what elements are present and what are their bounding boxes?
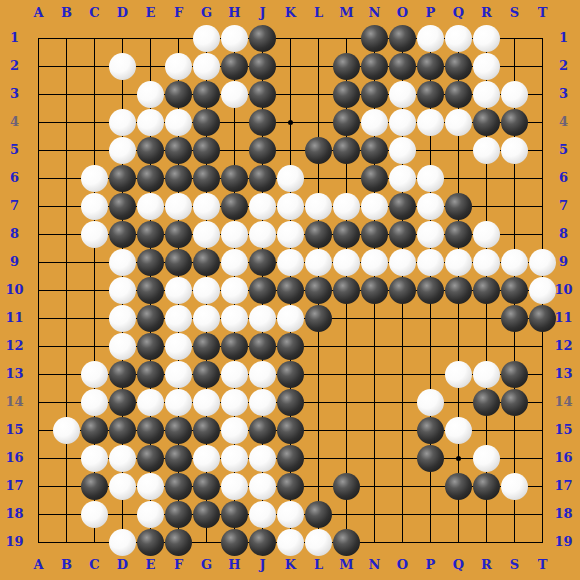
black-stone-F17[interactable] — [165, 473, 192, 500]
coord-label-bottom-C: C — [80, 556, 109, 574]
white-stone-C14[interactable] — [81, 389, 108, 416]
white-stone-P9[interactable] — [417, 249, 444, 276]
coord-label-right-10: 10 — [549, 281, 578, 299]
white-stone-P14[interactable] — [417, 389, 444, 416]
coord-label-left-15: 15 — [0, 421, 29, 439]
white-stone-M9[interactable] — [333, 249, 360, 276]
coord-label-top-O: O — [388, 4, 417, 22]
white-stone-G14[interactable] — [193, 389, 220, 416]
coord-label-right-12: 12 — [549, 337, 578, 355]
coord-label-top-J: J — [248, 4, 277, 22]
white-stone-Q9[interactable] — [445, 249, 472, 276]
white-stone-D5[interactable] — [109, 137, 136, 164]
coord-label-top-B: B — [52, 4, 81, 22]
coord-label-top-N: N — [360, 4, 389, 22]
coord-label-top-L: L — [304, 4, 333, 22]
white-stone-N4[interactable] — [361, 109, 388, 136]
black-stone-L8[interactable] — [305, 221, 332, 248]
black-stone-M5[interactable] — [333, 137, 360, 164]
black-stone-M4[interactable] — [333, 109, 360, 136]
black-stone-H2[interactable] — [221, 53, 248, 80]
white-stone-K8[interactable] — [277, 221, 304, 248]
white-stone-B15[interactable] — [53, 417, 80, 444]
white-stone-F13[interactable] — [165, 361, 192, 388]
white-stone-E18[interactable] — [137, 501, 164, 528]
coord-label-top-R: R — [472, 4, 501, 22]
black-stone-Q7[interactable] — [445, 193, 472, 220]
white-stone-F7[interactable] — [165, 193, 192, 220]
black-stone-E6[interactable] — [137, 165, 164, 192]
coord-label-left-7: 7 — [0, 197, 29, 215]
white-stone-K11[interactable] — [277, 305, 304, 332]
black-stone-M2[interactable] — [333, 53, 360, 80]
black-stone-N6[interactable] — [361, 165, 388, 192]
white-stone-J16[interactable] — [249, 445, 276, 472]
coord-label-bottom-T: T — [528, 556, 557, 574]
coord-label-top-E: E — [136, 4, 165, 22]
coord-label-right-8: 8 — [549, 225, 578, 243]
black-stone-G9[interactable] — [193, 249, 220, 276]
coord-label-right-3: 3 — [549, 85, 578, 103]
white-stone-J17[interactable] — [249, 473, 276, 500]
white-stone-K7[interactable] — [277, 193, 304, 220]
white-stone-F14[interactable] — [165, 389, 192, 416]
white-stone-R16[interactable] — [473, 445, 500, 472]
white-stone-H1[interactable] — [221, 25, 248, 52]
white-stone-O3[interactable] — [389, 81, 416, 108]
white-stone-F12[interactable] — [165, 333, 192, 360]
coord-label-right-4: 4 — [549, 113, 578, 131]
black-stone-J4[interactable] — [249, 109, 276, 136]
black-stone-D14[interactable] — [109, 389, 136, 416]
coord-label-top-M: M — [332, 4, 361, 22]
black-stone-R10[interactable] — [473, 277, 500, 304]
black-stone-D8[interactable] — [109, 221, 136, 248]
white-stone-R3[interactable] — [473, 81, 500, 108]
white-stone-E4[interactable] — [137, 109, 164, 136]
black-stone-M10[interactable] — [333, 277, 360, 304]
black-stone-N2[interactable] — [361, 53, 388, 80]
white-stone-F4[interactable] — [165, 109, 192, 136]
black-stone-J2[interactable] — [249, 53, 276, 80]
black-stone-K13[interactable] — [277, 361, 304, 388]
go-board-app: AABBCCDDEEFFGGHHJJKKLLMMNNOOPPQQRRSSTT11… — [0, 0, 580, 580]
white-stone-P7[interactable] — [417, 193, 444, 220]
black-stone-F3[interactable] — [165, 81, 192, 108]
coord-label-bottom-P: P — [416, 556, 445, 574]
white-stone-D10[interactable] — [109, 277, 136, 304]
black-stone-E13[interactable] — [137, 361, 164, 388]
white-stone-R9[interactable] — [473, 249, 500, 276]
white-stone-L19[interactable] — [305, 529, 332, 556]
black-stone-G15[interactable] — [193, 417, 220, 444]
coord-label-left-3: 3 — [0, 85, 29, 103]
black-stone-N10[interactable] — [361, 277, 388, 304]
white-stone-K9[interactable] — [277, 249, 304, 276]
black-stone-O2[interactable] — [389, 53, 416, 80]
black-stone-H18[interactable] — [221, 501, 248, 528]
white-stone-N9[interactable] — [361, 249, 388, 276]
white-stone-O4[interactable] — [389, 109, 416, 136]
black-stone-Q2[interactable] — [445, 53, 472, 80]
black-stone-P16[interactable] — [417, 445, 444, 472]
coord-label-top-C: C — [80, 4, 109, 22]
coord-label-bottom-N: N — [360, 556, 389, 574]
black-stone-G5[interactable] — [193, 137, 220, 164]
coord-label-right-11: 11 — [549, 309, 578, 327]
black-stone-D13[interactable] — [109, 361, 136, 388]
white-stone-J18[interactable] — [249, 501, 276, 528]
black-stone-L11[interactable] — [305, 305, 332, 332]
black-stone-N5[interactable] — [361, 137, 388, 164]
coord-label-right-7: 7 — [549, 197, 578, 215]
black-stone-G18[interactable] — [193, 501, 220, 528]
white-stone-G11[interactable] — [193, 305, 220, 332]
coord-label-right-15: 15 — [549, 421, 578, 439]
white-stone-D11[interactable] — [109, 305, 136, 332]
white-stone-L7[interactable] — [305, 193, 332, 220]
black-stone-D15[interactable] — [109, 417, 136, 444]
coord-label-bottom-Q: Q — [444, 556, 473, 574]
coord-label-bottom-R: R — [472, 556, 501, 574]
white-stone-D2[interactable] — [109, 53, 136, 80]
coord-label-left-9: 9 — [0, 253, 29, 271]
white-stone-S5[interactable] — [501, 137, 528, 164]
coord-label-left-11: 11 — [0, 309, 29, 327]
white-stone-K19[interactable] — [277, 529, 304, 556]
black-stone-G3[interactable] — [193, 81, 220, 108]
white-stone-C7[interactable] — [81, 193, 108, 220]
black-stone-F16[interactable] — [165, 445, 192, 472]
black-stone-E10[interactable] — [137, 277, 164, 304]
black-stone-J10[interactable] — [249, 277, 276, 304]
coord-label-bottom-F: F — [164, 556, 193, 574]
white-stone-P6[interactable] — [417, 165, 444, 192]
black-stone-S11[interactable] — [501, 305, 528, 332]
black-stone-S14[interactable] — [501, 389, 528, 416]
black-stone-M3[interactable] — [333, 81, 360, 108]
black-stone-H6[interactable] — [221, 165, 248, 192]
black-stone-J1[interactable] — [249, 25, 276, 52]
white-stone-M7[interactable] — [333, 193, 360, 220]
black-stone-K10[interactable] — [277, 277, 304, 304]
white-stone-L9[interactable] — [305, 249, 332, 276]
coord-label-top-P: P — [416, 4, 445, 22]
coord-label-bottom-B: B — [52, 556, 81, 574]
white-stone-D16[interactable] — [109, 445, 136, 472]
black-stone-O10[interactable] — [389, 277, 416, 304]
coord-label-top-T: T — [528, 4, 557, 22]
white-stone-H15[interactable] — [221, 417, 248, 444]
black-stone-J12[interactable] — [249, 333, 276, 360]
coord-label-right-2: 2 — [549, 57, 578, 75]
black-stone-E8[interactable] — [137, 221, 164, 248]
star-point-K4[interactable] — [288, 120, 293, 125]
coord-label-left-10: 10 — [0, 281, 29, 299]
coord-label-top-F: F — [164, 4, 193, 22]
white-stone-P1[interactable] — [417, 25, 444, 52]
black-stone-O1[interactable] — [389, 25, 416, 52]
coord-label-right-16: 16 — [549, 449, 578, 467]
white-stone-P8[interactable] — [417, 221, 444, 248]
black-stone-H12[interactable] — [221, 333, 248, 360]
white-stone-E3[interactable] — [137, 81, 164, 108]
black-stone-P15[interactable] — [417, 417, 444, 444]
black-stone-L10[interactable] — [305, 277, 332, 304]
black-stone-J5[interactable] — [249, 137, 276, 164]
coord-label-left-16: 16 — [0, 449, 29, 467]
black-stone-D6[interactable] — [109, 165, 136, 192]
white-stone-Q15[interactable] — [445, 417, 472, 444]
black-stone-K15[interactable] — [277, 417, 304, 444]
black-stone-P2[interactable] — [417, 53, 444, 80]
black-stone-N3[interactable] — [361, 81, 388, 108]
coord-label-bottom-G: G — [192, 556, 221, 574]
white-stone-S17[interactable] — [501, 473, 528, 500]
white-stone-K18[interactable] — [277, 501, 304, 528]
coord-label-top-Q: Q — [444, 4, 473, 22]
white-stone-H10[interactable] — [221, 277, 248, 304]
coord-label-right-13: 13 — [549, 365, 578, 383]
coord-label-left-19: 19 — [0, 533, 29, 551]
black-stone-K14[interactable] — [277, 389, 304, 416]
white-stone-C8[interactable] — [81, 221, 108, 248]
white-stone-J8[interactable] — [249, 221, 276, 248]
white-stone-E14[interactable] — [137, 389, 164, 416]
white-stone-E17[interactable] — [137, 473, 164, 500]
black-stone-H7[interactable] — [221, 193, 248, 220]
coord-label-left-17: 17 — [0, 477, 29, 495]
coord-label-bottom-S: S — [500, 556, 529, 574]
black-stone-M19[interactable] — [333, 529, 360, 556]
white-stone-J7[interactable] — [249, 193, 276, 220]
black-stone-S4[interactable] — [501, 109, 528, 136]
black-stone-K16[interactable] — [277, 445, 304, 472]
black-stone-O8[interactable] — [389, 221, 416, 248]
white-stone-Q4[interactable] — [445, 109, 472, 136]
coord-label-top-G: G — [192, 4, 221, 22]
black-stone-K17[interactable] — [277, 473, 304, 500]
black-stone-N8[interactable] — [361, 221, 388, 248]
white-stone-P4[interactable] — [417, 109, 444, 136]
coord-label-top-D: D — [108, 4, 137, 22]
white-stone-S3[interactable] — [501, 81, 528, 108]
white-stone-D17[interactable] — [109, 473, 136, 500]
black-stone-F6[interactable] — [165, 165, 192, 192]
black-stone-K12[interactable] — [277, 333, 304, 360]
white-stone-D12[interactable] — [109, 333, 136, 360]
black-stone-E19[interactable] — [137, 529, 164, 556]
black-stone-F18[interactable] — [165, 501, 192, 528]
black-stone-E5[interactable] — [137, 137, 164, 164]
black-stone-J3[interactable] — [249, 81, 276, 108]
white-stone-J14[interactable] — [249, 389, 276, 416]
black-stone-M8[interactable] — [333, 221, 360, 248]
white-stone-C18[interactable] — [81, 501, 108, 528]
black-stone-Q10[interactable] — [445, 277, 472, 304]
black-stone-G4[interactable] — [193, 109, 220, 136]
white-stone-N7[interactable] — [361, 193, 388, 220]
white-stone-H9[interactable] — [221, 249, 248, 276]
coord-label-right-18: 18 — [549, 505, 578, 523]
coord-label-bottom-D: D — [108, 556, 137, 574]
coord-label-right-1: 1 — [549, 29, 578, 47]
white-stone-R2[interactable] — [473, 53, 500, 80]
white-stone-G8[interactable] — [193, 221, 220, 248]
black-stone-S10[interactable] — [501, 277, 528, 304]
star-point-Q16[interactable] — [456, 456, 461, 461]
coord-label-top-K: K — [276, 4, 305, 22]
black-stone-R4[interactable] — [473, 109, 500, 136]
black-stone-E9[interactable] — [137, 249, 164, 276]
coord-label-right-19: 19 — [549, 533, 578, 551]
white-stone-H8[interactable] — [221, 221, 248, 248]
black-stone-F9[interactable] — [165, 249, 192, 276]
black-stone-S13[interactable] — [501, 361, 528, 388]
white-stone-G1[interactable] — [193, 25, 220, 52]
black-stone-F15[interactable] — [165, 417, 192, 444]
white-stone-D4[interactable] — [109, 109, 136, 136]
black-stone-F5[interactable] — [165, 137, 192, 164]
white-stone-G7[interactable] — [193, 193, 220, 220]
black-stone-G13[interactable] — [193, 361, 220, 388]
coord-label-top-S: S — [500, 4, 529, 22]
white-stone-G16[interactable] — [193, 445, 220, 472]
black-stone-Q8[interactable] — [445, 221, 472, 248]
white-stone-C13[interactable] — [81, 361, 108, 388]
black-stone-M17[interactable] — [333, 473, 360, 500]
black-stone-G6[interactable] — [193, 165, 220, 192]
coord-label-left-2: 2 — [0, 57, 29, 75]
white-stone-O6[interactable] — [389, 165, 416, 192]
black-stone-E12[interactable] — [137, 333, 164, 360]
white-stone-R1[interactable] — [473, 25, 500, 52]
black-stone-E16[interactable] — [137, 445, 164, 472]
white-stone-R5[interactable] — [473, 137, 500, 164]
black-stone-C15[interactable] — [81, 417, 108, 444]
black-stone-J6[interactable] — [249, 165, 276, 192]
coord-label-right-5: 5 — [549, 141, 578, 159]
coord-label-left-13: 13 — [0, 365, 29, 383]
black-stone-J19[interactable] — [249, 529, 276, 556]
white-stone-J13[interactable] — [249, 361, 276, 388]
black-stone-D7[interactable] — [109, 193, 136, 220]
coord-label-right-14: 14 — [549, 393, 578, 411]
coord-label-bottom-K: K — [276, 556, 305, 574]
white-stone-Q1[interactable] — [445, 25, 472, 52]
white-stone-H16[interactable] — [221, 445, 248, 472]
coord-label-bottom-O: O — [388, 556, 417, 574]
white-stone-H3[interactable] — [221, 81, 248, 108]
white-stone-R8[interactable] — [473, 221, 500, 248]
coord-label-left-4: 4 — [0, 113, 29, 131]
black-stone-L5[interactable] — [305, 137, 332, 164]
white-stone-F10[interactable] — [165, 277, 192, 304]
coord-label-left-5: 5 — [0, 141, 29, 159]
coord-label-left-6: 6 — [0, 169, 29, 187]
black-stone-E15[interactable] — [137, 417, 164, 444]
black-stone-P3[interactable] — [417, 81, 444, 108]
black-stone-F19[interactable] — [165, 529, 192, 556]
coord-label-right-9: 9 — [549, 253, 578, 271]
black-stone-R17[interactable] — [473, 473, 500, 500]
white-stone-C6[interactable] — [81, 165, 108, 192]
white-stone-F11[interactable] — [165, 305, 192, 332]
white-stone-J11[interactable] — [249, 305, 276, 332]
black-stone-L18[interactable] — [305, 501, 332, 528]
white-stone-O5[interactable] — [389, 137, 416, 164]
coord-label-top-H: H — [220, 4, 249, 22]
black-stone-O7[interactable] — [389, 193, 416, 220]
black-stone-N1[interactable] — [361, 25, 388, 52]
black-stone-F8[interactable] — [165, 221, 192, 248]
white-stone-K6[interactable] — [277, 165, 304, 192]
white-stone-D19[interactable] — [109, 529, 136, 556]
white-stone-Q13[interactable] — [445, 361, 472, 388]
coord-label-top-A: A — [24, 4, 53, 22]
coord-label-bottom-M: M — [332, 556, 361, 574]
black-stone-P10[interactable] — [417, 277, 444, 304]
white-stone-C16[interactable] — [81, 445, 108, 472]
white-stone-H11[interactable] — [221, 305, 248, 332]
white-stone-H14[interactable] — [221, 389, 248, 416]
black-stone-J9[interactable] — [249, 249, 276, 276]
coord-label-right-6: 6 — [549, 169, 578, 187]
coord-label-left-12: 12 — [0, 337, 29, 355]
black-stone-G12[interactable] — [193, 333, 220, 360]
white-stone-H17[interactable] — [221, 473, 248, 500]
black-stone-G17[interactable] — [193, 473, 220, 500]
black-stone-H19[interactable] — [221, 529, 248, 556]
coord-label-bottom-E: E — [136, 556, 165, 574]
white-stone-R13[interactable] — [473, 361, 500, 388]
white-stone-D9[interactable] — [109, 249, 136, 276]
white-stone-H13[interactable] — [221, 361, 248, 388]
coord-label-right-17: 17 — [549, 477, 578, 495]
black-stone-E11[interactable] — [137, 305, 164, 332]
white-stone-O9[interactable] — [389, 249, 416, 276]
black-stone-Q17[interactable] — [445, 473, 472, 500]
white-stone-E7[interactable] — [137, 193, 164, 220]
coord-label-bottom-J: J — [248, 556, 277, 574]
white-stone-F2[interactable] — [165, 53, 192, 80]
black-stone-R14[interactable] — [473, 389, 500, 416]
coord-label-left-18: 18 — [0, 505, 29, 523]
white-stone-G10[interactable] — [193, 277, 220, 304]
coord-label-bottom-L: L — [304, 556, 333, 574]
black-stone-J15[interactable] — [249, 417, 276, 444]
coord-label-left-1: 1 — [0, 29, 29, 47]
coord-label-left-8: 8 — [0, 225, 29, 243]
coord-label-bottom-A: A — [24, 556, 53, 574]
black-stone-C17[interactable] — [81, 473, 108, 500]
white-stone-S9[interactable] — [501, 249, 528, 276]
coord-label-left-14: 14 — [0, 393, 29, 411]
black-stone-Q3[interactable] — [445, 81, 472, 108]
coord-label-bottom-H: H — [220, 556, 249, 574]
white-stone-G2[interactable] — [193, 53, 220, 80]
